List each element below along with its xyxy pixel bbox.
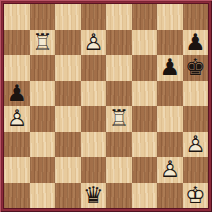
square-d6[interactable] bbox=[81, 55, 107, 81]
square-g3[interactable] bbox=[157, 132, 183, 158]
white-king[interactable]: ♚♔ bbox=[183, 183, 209, 209]
square-g4[interactable] bbox=[157, 106, 183, 132]
square-b1[interactable] bbox=[30, 183, 56, 209]
square-f1[interactable] bbox=[132, 183, 158, 209]
square-f2[interactable] bbox=[132, 157, 158, 183]
square-b7[interactable]: ♜♖ bbox=[30, 30, 56, 56]
square-f6[interactable] bbox=[132, 55, 158, 81]
square-d1[interactable]: ♛ bbox=[81, 183, 107, 209]
square-e3[interactable] bbox=[106, 132, 132, 158]
piece-outline-glyph: ♙ bbox=[4, 106, 30, 132]
square-c7[interactable] bbox=[55, 30, 81, 56]
square-f8[interactable] bbox=[132, 4, 158, 30]
square-d7[interactable]: ♟♙ bbox=[81, 30, 107, 56]
square-a4[interactable]: ♟♙ bbox=[4, 106, 30, 132]
square-b3[interactable] bbox=[30, 132, 56, 158]
square-h5[interactable] bbox=[183, 81, 209, 107]
piece-outline-glyph: ♙ bbox=[81, 30, 107, 56]
square-h2[interactable] bbox=[183, 157, 209, 183]
piece-glyph: ♟ bbox=[157, 55, 183, 81]
square-b2[interactable] bbox=[30, 157, 56, 183]
black-queen[interactable]: ♛ bbox=[81, 183, 107, 209]
square-f7[interactable] bbox=[132, 30, 158, 56]
square-b6[interactable] bbox=[30, 55, 56, 81]
square-c1[interactable] bbox=[55, 183, 81, 209]
square-g1[interactable] bbox=[157, 183, 183, 209]
square-g8[interactable] bbox=[157, 4, 183, 30]
square-a5[interactable]: ♟ bbox=[4, 81, 30, 107]
square-a1[interactable] bbox=[4, 183, 30, 209]
square-a8[interactable] bbox=[4, 4, 30, 30]
square-h3[interactable]: ♟♙ bbox=[183, 132, 209, 158]
square-b5[interactable] bbox=[30, 81, 56, 107]
square-c6[interactable] bbox=[55, 55, 81, 81]
square-e2[interactable] bbox=[106, 157, 132, 183]
square-h4[interactable] bbox=[183, 106, 209, 132]
square-d2[interactable] bbox=[81, 157, 107, 183]
square-h8[interactable] bbox=[183, 4, 209, 30]
square-f5[interactable] bbox=[132, 81, 158, 107]
square-f4[interactable] bbox=[132, 106, 158, 132]
square-e6[interactable] bbox=[106, 55, 132, 81]
white-rook[interactable]: ♜♖ bbox=[30, 30, 56, 56]
square-g7[interactable] bbox=[157, 30, 183, 56]
piece-outline-glyph: ♖ bbox=[106, 106, 132, 132]
black-pawn[interactable]: ♟ bbox=[4, 81, 30, 107]
piece-outline-glyph: ♖ bbox=[30, 30, 56, 56]
square-e5[interactable] bbox=[106, 81, 132, 107]
square-d3[interactable] bbox=[81, 132, 107, 158]
square-d8[interactable] bbox=[81, 4, 107, 30]
square-a7[interactable] bbox=[4, 30, 30, 56]
square-a3[interactable] bbox=[4, 132, 30, 158]
white-pawn[interactable]: ♟♙ bbox=[4, 106, 30, 132]
piece-outline-glyph: ♔ bbox=[183, 183, 209, 209]
white-pawn[interactable]: ♟♙ bbox=[157, 157, 183, 183]
square-g6[interactable]: ♟ bbox=[157, 55, 183, 81]
square-c5[interactable] bbox=[55, 81, 81, 107]
black-pawn[interactable]: ♟ bbox=[157, 55, 183, 81]
square-a6[interactable] bbox=[4, 55, 30, 81]
white-pawn[interactable]: ♟♙ bbox=[183, 132, 209, 158]
chess-board: ♜♖♟♙♟♟♚♟♟♙♜♖♟♙♟♙♛♚♔ bbox=[4, 4, 208, 208]
square-h1[interactable]: ♚♔ bbox=[183, 183, 209, 209]
white-rook[interactable]: ♜♖ bbox=[106, 106, 132, 132]
square-b8[interactable] bbox=[30, 4, 56, 30]
piece-outline-glyph: ♙ bbox=[183, 132, 209, 158]
square-e1[interactable] bbox=[106, 183, 132, 209]
piece-glyph: ♟ bbox=[183, 30, 209, 56]
square-h7[interactable]: ♟ bbox=[183, 30, 209, 56]
square-a2[interactable] bbox=[4, 157, 30, 183]
white-pawn[interactable]: ♟♙ bbox=[81, 30, 107, 56]
square-g2[interactable]: ♟♙ bbox=[157, 157, 183, 183]
square-c3[interactable] bbox=[55, 132, 81, 158]
square-b4[interactable] bbox=[30, 106, 56, 132]
black-king[interactable]: ♚ bbox=[183, 55, 209, 81]
square-e7[interactable] bbox=[106, 30, 132, 56]
piece-glyph: ♟ bbox=[4, 81, 30, 107]
square-c2[interactable] bbox=[55, 157, 81, 183]
square-d4[interactable] bbox=[81, 106, 107, 132]
board-frame: ♜♖♟♙♟♟♚♟♟♙♜♖♟♙♟♙♛♚♔ bbox=[0, 0, 212, 212]
black-pawn[interactable]: ♟ bbox=[183, 30, 209, 56]
square-d5[interactable] bbox=[81, 81, 107, 107]
square-g5[interactable] bbox=[157, 81, 183, 107]
piece-glyph: ♛ bbox=[81, 183, 107, 209]
square-h6[interactable]: ♚ bbox=[183, 55, 209, 81]
piece-outline-glyph: ♙ bbox=[157, 157, 183, 183]
square-f3[interactable] bbox=[132, 132, 158, 158]
square-e8[interactable] bbox=[106, 4, 132, 30]
square-c8[interactable] bbox=[55, 4, 81, 30]
square-c4[interactable] bbox=[55, 106, 81, 132]
piece-glyph: ♚ bbox=[183, 55, 209, 81]
square-e4[interactable]: ♜♖ bbox=[106, 106, 132, 132]
